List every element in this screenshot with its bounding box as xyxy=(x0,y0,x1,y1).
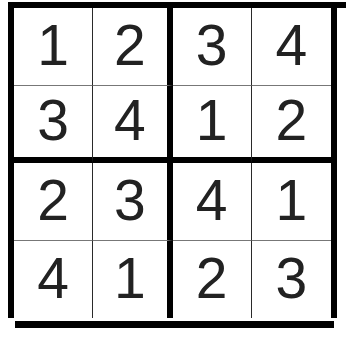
cell-r2c4[interactable]: 2 xyxy=(252,86,331,164)
cell-value: 1 xyxy=(276,172,308,229)
cell-value: 2 xyxy=(114,17,146,74)
cell-value: 2 xyxy=(196,250,228,307)
cell-value: 4 xyxy=(114,92,146,149)
cell-r3c4[interactable]: 1 xyxy=(252,163,331,241)
board-bottom-border xyxy=(15,321,334,328)
cell-value: 1 xyxy=(196,92,228,149)
cell-value: 2 xyxy=(276,92,308,149)
cell-r4c1[interactable]: 4 xyxy=(14,241,93,319)
cell-value: 1 xyxy=(37,17,69,74)
cell-value: 3 xyxy=(196,17,228,74)
cell-value: 2 xyxy=(37,172,69,229)
cell-value: 4 xyxy=(37,250,69,307)
cell-value: 3 xyxy=(276,250,308,307)
cell-value: 4 xyxy=(196,172,228,229)
cell-r2c2[interactable]: 4 xyxy=(93,86,172,164)
cell-value: 3 xyxy=(37,92,69,149)
cell-r1c2[interactable]: 2 xyxy=(93,8,172,86)
cell-r1c4[interactable]: 4 xyxy=(252,8,331,86)
cell-r4c4[interactable]: 3 xyxy=(252,241,331,319)
cell-r1c3[interactable]: 3 xyxy=(173,8,252,86)
cell-value: 4 xyxy=(276,17,308,74)
board-top-border xyxy=(10,2,346,8)
sudoku-grid: 1 2 3 4 3 4 1 2 2 3 4 1 4 1 2 3 xyxy=(8,2,337,318)
cell-r2c3[interactable]: 1 xyxy=(173,86,252,164)
cell-r3c3[interactable]: 4 xyxy=(173,163,252,241)
cell-r4c3[interactable]: 2 xyxy=(173,241,252,319)
cell-r2c1[interactable]: 3 xyxy=(14,86,93,164)
cell-value: 3 xyxy=(114,172,146,229)
cell-r4c2[interactable]: 1 xyxy=(93,241,172,319)
cell-value: 1 xyxy=(114,250,146,307)
cell-r3c1[interactable]: 2 xyxy=(14,163,93,241)
cell-r3c2[interactable]: 3 xyxy=(93,163,172,241)
sudoku-board: 1 2 3 4 3 4 1 2 2 3 4 1 4 1 2 3 xyxy=(0,0,346,350)
cell-r1c1[interactable]: 1 xyxy=(14,8,93,86)
